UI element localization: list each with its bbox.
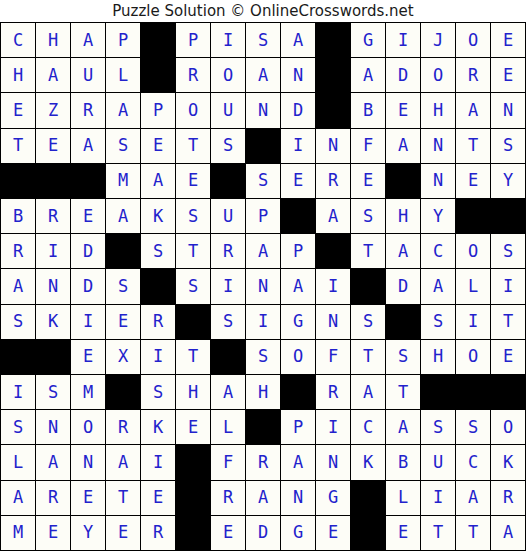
letter-cell-r3c1: E [1,93,35,127]
letter-cell-r5c13: N [421,164,455,198]
letter-cell-r13c3: N [71,445,105,479]
letter-cell-r13c11: K [351,445,385,479]
letter-cell-r7c6: T [176,234,210,268]
letter-cell-r9c13: S [421,305,455,339]
letter-cell-r7c11: T [351,234,385,268]
letter-cell-r4c13: N [421,129,455,163]
letter-cell-r15c10: E [316,516,350,550]
letter-cell-r1c7: I [211,23,245,57]
letter-cell-r1c4: P [106,23,140,57]
letter-cell-r13c10: N [316,445,350,479]
letter-cell-r5c9: E [281,164,315,198]
letter-cell-r11c1: I [1,375,35,409]
letter-cell-r9c11: S [351,305,385,339]
letter-cell-r1c1: C [1,23,35,57]
block-cell-r9c12 [386,305,420,339]
letter-cell-r1c8: S [246,23,280,57]
letter-cell-r3c13: H [421,93,455,127]
letter-cell-r5c14: E [456,164,490,198]
letter-cell-r8c14: L [456,269,490,303]
letter-cell-r12c15: O [491,410,525,444]
letter-cell-r14c5: E [141,481,175,515]
block-cell-r15c11 [351,516,385,550]
letter-cell-r13c12: B [386,445,420,479]
block-cell-r7c10 [316,234,350,268]
letter-cell-r15c2: E [36,516,70,550]
letter-cell-r8c3: D [71,269,105,303]
letter-cell-r4c10: N [316,129,350,163]
letter-cell-r12c9: P [281,410,315,444]
letter-cell-r7c14: O [456,234,490,268]
page-title: Puzzle Solution © OnlineCrosswords.net [0,0,526,22]
letter-cell-r1c14: O [456,23,490,57]
letter-cell-r1c9: A [281,23,315,57]
letter-cell-r2c11: A [351,58,385,92]
letter-cell-r1c15: E [491,23,525,57]
letter-cell-r4c9: I [281,129,315,163]
letter-cell-r2c4: L [106,58,140,92]
letter-cell-r6c10: A [316,199,350,233]
letter-cell-r11c2: S [36,375,70,409]
letter-cell-r15c4: E [106,516,140,550]
letter-cell-r11c7: A [211,375,245,409]
letter-cell-r2c13: O [421,58,455,92]
letter-cell-r3c7: U [211,93,245,127]
letter-cell-r15c3: Y [71,516,105,550]
letter-cell-r10c4: X [106,340,140,374]
letter-cell-r1c3: A [71,23,105,57]
block-cell-r11c9 [281,375,315,409]
letter-cell-r14c3: E [71,481,105,515]
letter-cell-r12c7: L [211,410,245,444]
letter-cell-r8c7: I [211,269,245,303]
letter-cell-r3c3: R [71,93,105,127]
letter-cell-r12c12: A [386,410,420,444]
letter-cell-r2c3: U [71,58,105,92]
letter-cell-r7c13: C [421,234,455,268]
letter-cell-r10c12: S [386,340,420,374]
block-cell-r2c10 [316,58,350,92]
letter-cell-r8c9: A [281,269,315,303]
block-cell-r10c7 [211,340,245,374]
letter-cell-r5c10: R [316,164,350,198]
puzzle-solution-page: Puzzle Solution © OnlineCrosswords.net C… [0,0,526,551]
block-cell-r3c10 [316,93,350,127]
letter-cell-r5c15: Y [491,164,525,198]
block-cell-r1c5 [141,23,175,57]
block-cell-r8c5 [141,269,175,303]
letter-cell-r14c2: R [36,481,70,515]
block-cell-r2c5 [141,58,175,92]
letter-cell-r7c5: S [141,234,175,268]
letter-cell-r12c5: K [141,410,175,444]
letter-cell-r10c6: T [176,340,210,374]
letter-cell-r14c12: L [386,481,420,515]
letter-cell-r2c9: N [281,58,315,92]
letter-cell-r5c6: E [176,164,210,198]
letter-cell-r8c6: S [176,269,210,303]
letter-cell-r11c8: H [246,375,280,409]
block-cell-r13c6 [176,445,210,479]
letter-cell-r13c13: U [421,445,455,479]
letter-cell-r6c3: E [71,199,105,233]
letter-cell-r15c1: M [1,516,35,550]
block-cell-r5c7 [211,164,245,198]
letter-cell-r3c6: O [176,93,210,127]
block-cell-r6c9 [281,199,315,233]
letter-cell-r8c2: N [36,269,70,303]
block-cell-r6c14 [456,199,490,233]
block-cell-r12c8 [246,410,280,444]
letter-cell-r10c9: O [281,340,315,374]
letter-cell-r5c11: E [351,164,385,198]
letter-cell-r11c12: T [386,375,420,409]
letter-cell-r13c9: A [281,445,315,479]
letter-cell-r11c11: A [351,375,385,409]
letter-cell-r12c11: C [351,410,385,444]
letter-cell-r4c3: A [71,129,105,163]
block-cell-r9c6 [176,305,210,339]
letter-cell-r9c15: T [491,305,525,339]
letter-cell-r14c15: R [491,481,525,515]
letter-cell-r7c8: A [246,234,280,268]
letter-cell-r14c4: T [106,481,140,515]
letter-cell-r6c12: H [386,199,420,233]
block-cell-r10c2 [36,340,70,374]
letter-cell-r11c3: M [71,375,105,409]
letter-cell-r10c10: F [316,340,350,374]
block-cell-r5c12 [386,164,420,198]
letter-cell-r2c8: A [246,58,280,92]
letter-cell-r10c14: O [456,340,490,374]
letter-cell-r4c6: T [176,129,210,163]
letter-cell-r5c8: S [246,164,280,198]
letter-cell-r14c1: A [1,481,35,515]
letter-cell-r7c9: P [281,234,315,268]
letter-cell-r12c1: S [1,410,35,444]
letter-cell-r10c3: E [71,340,105,374]
block-cell-r5c2 [36,164,70,198]
letter-cell-r11c6: H [176,375,210,409]
letter-cell-r13c5: I [141,445,175,479]
letter-cell-r9c7: S [211,305,245,339]
letter-cell-r3c9: D [281,93,315,127]
letter-cell-r10c15: E [491,340,525,374]
letter-cell-r14c14: A [456,481,490,515]
letter-cell-r7c3: D [71,234,105,268]
letter-cell-r10c8: S [246,340,280,374]
block-cell-r8c11 [351,269,385,303]
letter-cell-r12c2: N [36,410,70,444]
letter-cell-r6c11: S [351,199,385,233]
letter-cell-r4c7: S [211,129,245,163]
letter-cell-r2c6: R [176,58,210,92]
letter-cell-r8c4: S [106,269,140,303]
letter-cell-r3c8: N [246,93,280,127]
letter-cell-r5c5: A [141,164,175,198]
letter-cell-r7c12: A [386,234,420,268]
letter-cell-r12c10: I [316,410,350,444]
letter-cell-r14c7: R [211,481,245,515]
letter-cell-r6c13: Y [421,199,455,233]
letter-cell-r10c13: H [421,340,455,374]
letter-cell-r4c15: S [491,129,525,163]
letter-cell-r9c1: S [1,305,35,339]
letter-cell-r13c14: C [456,445,490,479]
letter-cell-r2c7: O [211,58,245,92]
letter-cell-r12c3: O [71,410,105,444]
letter-cell-r4c11: F [351,129,385,163]
letter-cell-r14c10: G [316,481,350,515]
letter-cell-r6c2: R [36,199,70,233]
letter-cell-r11c5: S [141,375,175,409]
letter-cell-r7c7: R [211,234,245,268]
letter-cell-r2c14: R [456,58,490,92]
letter-cell-r2c12: D [386,58,420,92]
letter-cell-r12c14: S [456,410,490,444]
letter-cell-r7c1: R [1,234,35,268]
letter-cell-r13c15: K [491,445,525,479]
letter-cell-r9c2: K [36,305,70,339]
letter-cell-r10c5: I [141,340,175,374]
letter-cell-r4c1: T [1,129,35,163]
letter-cell-r14c9: N [281,481,315,515]
letter-cell-r13c2: A [36,445,70,479]
block-cell-r11c15 [491,375,525,409]
block-cell-r6c15 [491,199,525,233]
letter-cell-r6c5: K [141,199,175,233]
letter-cell-r4c2: E [36,129,70,163]
letter-cell-r15c9: G [281,516,315,550]
block-cell-r4c8 [246,129,280,163]
letter-cell-r9c8: I [246,305,280,339]
letter-cell-r1c13: J [421,23,455,57]
letter-cell-r3c11: B [351,93,385,127]
letter-cell-r9c5: R [141,305,175,339]
block-cell-r14c11 [351,481,385,515]
letter-cell-r6c6: S [176,199,210,233]
letter-cell-r15c5: R [141,516,175,550]
letter-cell-r7c2: I [36,234,70,268]
letter-cell-r2c2: A [36,58,70,92]
block-cell-r11c4 [106,375,140,409]
block-cell-r10c1 [1,340,35,374]
letter-cell-r12c6: E [176,410,210,444]
letter-cell-r6c1: B [1,199,35,233]
letter-cell-r4c5: E [141,129,175,163]
block-cell-r5c1 [1,164,35,198]
letter-cell-r1c6: P [176,23,210,57]
letter-cell-r11c10: R [316,375,350,409]
letter-cell-r7c15: S [491,234,525,268]
letter-cell-r6c8: P [246,199,280,233]
letter-cell-r3c4: A [106,93,140,127]
letter-cell-r15c8: D [246,516,280,550]
letter-cell-r13c7: F [211,445,245,479]
letter-cell-r12c4: R [106,410,140,444]
block-cell-r7c4 [106,234,140,268]
letter-cell-r9c3: I [71,305,105,339]
letter-cell-r9c10: N [316,305,350,339]
letter-cell-r6c4: A [106,199,140,233]
letter-cell-r1c12: I [386,23,420,57]
letter-cell-r6c7: U [211,199,245,233]
block-cell-r14c6 [176,481,210,515]
crossword-grid: CHAPPISAGIJOEHAULROANADOREEZRAPOUNDBEHAN… [0,22,526,551]
letter-cell-r9c14: I [456,305,490,339]
block-cell-r11c13 [421,375,455,409]
letter-cell-r3c2: Z [36,93,70,127]
letter-cell-r8c15: I [491,269,525,303]
letter-cell-r15c13: T [421,516,455,550]
letter-cell-r4c4: S [106,129,140,163]
letter-cell-r15c12: E [386,516,420,550]
letter-cell-r12c13: S [421,410,455,444]
letter-cell-r4c14: T [456,129,490,163]
letter-cell-r9c9: G [281,305,315,339]
letter-cell-r14c13: I [421,481,455,515]
letter-cell-r2c15: E [491,58,525,92]
letter-cell-r1c11: G [351,23,385,57]
letter-cell-r8c8: N [246,269,280,303]
letter-cell-r13c8: R [246,445,280,479]
block-cell-r1c10 [316,23,350,57]
letter-cell-r13c4: A [106,445,140,479]
letter-cell-r3c14: A [456,93,490,127]
letter-cell-r15c7: E [211,516,245,550]
block-cell-r5c3 [71,164,105,198]
block-cell-r15c6 [176,516,210,550]
letter-cell-r4c12: A [386,129,420,163]
letter-cell-r15c14: T [456,516,490,550]
letter-cell-r3c15: N [491,93,525,127]
letter-cell-r15c15: A [491,516,525,550]
letter-cell-r1c2: H [36,23,70,57]
block-cell-r11c14 [456,375,490,409]
letter-cell-r8c13: A [421,269,455,303]
letter-cell-r5c4: M [106,164,140,198]
letter-cell-r8c1: A [1,269,35,303]
letter-cell-r14c8: A [246,481,280,515]
letter-cell-r9c4: E [106,305,140,339]
letter-cell-r2c1: H [1,58,35,92]
letter-cell-r3c5: P [141,93,175,127]
letter-cell-r10c11: T [351,340,385,374]
letter-cell-r13c1: L [1,445,35,479]
letter-cell-r8c10: I [316,269,350,303]
letter-cell-r8c12: D [386,269,420,303]
letter-cell-r3c12: E [386,93,420,127]
